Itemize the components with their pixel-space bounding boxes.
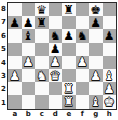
square-h7[interactable] xyxy=(103,16,117,29)
square-a5[interactable] xyxy=(8,43,22,56)
square-c7[interactable]: ♜ xyxy=(35,16,49,29)
square-g4[interactable] xyxy=(89,56,103,69)
square-b8[interactable] xyxy=(22,3,36,16)
square-h5[interactable] xyxy=(103,43,117,56)
piece-black-pawn[interactable]: ♟ xyxy=(9,17,20,29)
file-label-g: g xyxy=(89,110,103,119)
square-c8[interactable]: ♛ xyxy=(35,3,49,16)
square-h2[interactable]: ♟ xyxy=(103,82,117,95)
square-f1[interactable] xyxy=(76,95,90,108)
square-c4[interactable] xyxy=(35,56,49,69)
rank-label-5: 5 xyxy=(0,42,7,55)
square-e1[interactable]: ♜ xyxy=(62,95,76,108)
square-f5[interactable] xyxy=(76,43,90,56)
piece-white-king[interactable]: ♚ xyxy=(104,96,115,108)
square-b7[interactable]: ♟ xyxy=(22,16,36,29)
square-b1[interactable] xyxy=(22,95,36,108)
square-c3[interactable]: ♞ xyxy=(35,69,49,82)
file-label-a: a xyxy=(8,110,22,119)
square-b4[interactable]: ♟ xyxy=(22,56,36,69)
square-a8[interactable] xyxy=(8,3,22,16)
square-g1[interactable]: ♝ xyxy=(89,95,103,108)
piece-black-pawn[interactable]: ♟ xyxy=(104,30,115,42)
square-h4[interactable] xyxy=(103,56,117,69)
square-f4[interactable]: ♟ xyxy=(76,56,90,69)
file-label-f: f xyxy=(76,110,90,119)
square-g2[interactable] xyxy=(89,82,103,95)
piece-black-king[interactable]: ♚ xyxy=(90,4,101,16)
rank-label-8: 8 xyxy=(0,2,7,15)
square-a7[interactable]: ♟ xyxy=(8,16,22,29)
square-c5[interactable] xyxy=(35,43,49,56)
piece-black-rook[interactable]: ♜ xyxy=(63,4,74,16)
piece-white-pawn[interactable]: ♟ xyxy=(77,56,88,68)
square-f6[interactable]: ♞ xyxy=(76,29,90,42)
piece-white-knight[interactable]: ♞ xyxy=(36,70,47,82)
square-g6[interactable] xyxy=(89,29,103,42)
square-f7[interactable] xyxy=(76,16,90,29)
rank-label-4: 4 xyxy=(0,56,7,69)
square-f2[interactable] xyxy=(76,82,90,95)
square-c1[interactable] xyxy=(35,95,49,108)
rank-label-3: 3 xyxy=(0,69,7,82)
square-e6[interactable]: ♟ xyxy=(62,29,76,42)
square-e3[interactable] xyxy=(62,69,76,82)
file-label-e: e xyxy=(62,110,76,119)
file-label-h: h xyxy=(103,110,117,119)
piece-white-pawn[interactable]: ♟ xyxy=(90,70,101,82)
rank-label-6: 6 xyxy=(0,29,7,42)
square-f8[interactable] xyxy=(76,3,90,16)
piece-black-bishop[interactable]: ♝ xyxy=(23,30,34,42)
square-h8[interactable] xyxy=(103,3,117,16)
square-a6[interactable] xyxy=(8,29,22,42)
rank-label-7: 7 xyxy=(0,15,7,28)
piece-white-pawn[interactable]: ♟ xyxy=(104,83,115,95)
square-e4[interactable] xyxy=(62,56,76,69)
rank-label-2: 2 xyxy=(0,83,7,96)
file-label-d: d xyxy=(49,110,63,119)
chess-diagram: 87654321 ♛♜♚♟♟♜♟♝♞♟♞♟♟♟♟♟♟♞♛♟♝♜♟♜♝♚ abcd… xyxy=(0,0,118,120)
square-d3[interactable]: ♛ xyxy=(49,69,63,82)
piece-black-pawn[interactable]: ♟ xyxy=(90,17,101,29)
piece-white-pawn[interactable]: ♟ xyxy=(9,70,20,82)
piece-white-bishop[interactable]: ♝ xyxy=(90,96,101,108)
square-h1[interactable]: ♚ xyxy=(103,95,117,108)
square-c6[interactable] xyxy=(35,29,49,42)
piece-white-pawn[interactable]: ♟ xyxy=(50,56,61,68)
piece-black-knight[interactable]: ♞ xyxy=(77,30,88,42)
square-g7[interactable]: ♟ xyxy=(89,16,103,29)
square-g5[interactable] xyxy=(89,43,103,56)
file-label-c: c xyxy=(35,110,49,119)
square-d2[interactable] xyxy=(49,82,63,95)
square-c2[interactable] xyxy=(35,82,49,95)
rank-label-1: 1 xyxy=(0,96,7,109)
square-a4[interactable] xyxy=(8,56,22,69)
piece-black-rook[interactable]: ♜ xyxy=(36,17,47,29)
square-b3[interactable] xyxy=(22,69,36,82)
square-d8[interactable] xyxy=(49,3,63,16)
square-b5[interactable] xyxy=(22,43,36,56)
chess-board[interactable]: ♛♜♚♟♟♜♟♝♞♟♞♟♟♟♟♟♟♞♛♟♝♜♟♜♝♚ xyxy=(7,2,117,110)
piece-black-pawn[interactable]: ♟ xyxy=(23,17,34,29)
square-d7[interactable] xyxy=(49,16,63,29)
square-e8[interactable]: ♜ xyxy=(62,3,76,16)
square-g8[interactable]: ♚ xyxy=(89,3,103,16)
square-d5[interactable]: ♟ xyxy=(49,43,63,56)
file-labels: abcdefgh xyxy=(8,110,117,119)
piece-black-queen[interactable]: ♛ xyxy=(36,4,47,16)
piece-white-queen[interactable]: ♛ xyxy=(50,70,61,82)
square-e7[interactable] xyxy=(62,16,76,29)
piece-white-bishop[interactable]: ♝ xyxy=(104,70,115,82)
file-label-b: b xyxy=(22,110,36,119)
square-e2[interactable]: ♜ xyxy=(62,82,76,95)
square-b6[interactable]: ♝ xyxy=(22,29,36,42)
piece-black-pawn[interactable]: ♟ xyxy=(63,30,74,42)
piece-white-rook[interactable]: ♜ xyxy=(63,83,74,95)
square-d1[interactable] xyxy=(49,95,63,108)
square-g3[interactable]: ♟ xyxy=(89,69,103,82)
piece-white-pawn[interactable]: ♟ xyxy=(23,56,34,68)
square-h3[interactable]: ♝ xyxy=(103,69,117,82)
square-e5[interactable] xyxy=(62,43,76,56)
square-b2[interactable] xyxy=(22,82,36,95)
square-h6[interactable]: ♟ xyxy=(103,29,117,42)
square-a3[interactable]: ♟ xyxy=(8,69,22,82)
square-d4[interactable]: ♟ xyxy=(49,56,63,69)
square-a1[interactable] xyxy=(8,95,22,108)
piece-black-pawn[interactable]: ♟ xyxy=(50,43,61,55)
rank-labels: 87654321 xyxy=(0,2,7,110)
square-a2[interactable] xyxy=(8,82,22,95)
piece-black-knight[interactable]: ♞ xyxy=(50,30,61,42)
piece-white-rook[interactable]: ♜ xyxy=(63,96,74,108)
square-f3[interactable] xyxy=(76,69,90,82)
square-d6[interactable]: ♞ xyxy=(49,29,63,42)
